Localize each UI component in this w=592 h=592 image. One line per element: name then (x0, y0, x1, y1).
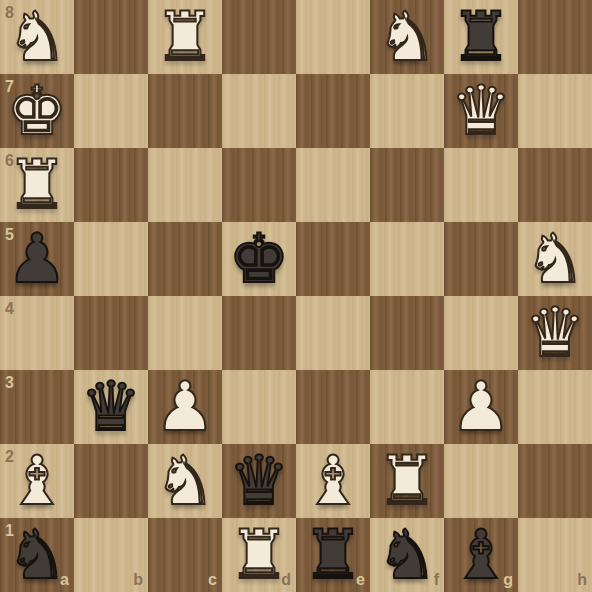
square-h4[interactable]: ♛ (518, 296, 592, 370)
piece-black-queen[interactable]: ♛ (74, 370, 148, 444)
square-e3[interactable] (296, 370, 370, 444)
piece-white-rook[interactable]: ♜ (370, 444, 444, 518)
chess-board: 8♞♜♞♜7♚♛6♜5♟♚♞4♛3♛♟♟2♝♞♛♝♜1a♞bcd♜e♜f♞g♝h (0, 0, 592, 592)
square-e4[interactable] (296, 296, 370, 370)
square-c4[interactable] (148, 296, 222, 370)
piece-black-king[interactable]: ♚ (222, 222, 296, 296)
square-d7[interactable] (222, 74, 296, 148)
square-a7[interactable]: 7♚ (0, 74, 74, 148)
piece-black-bishop[interactable]: ♝ (444, 518, 518, 592)
square-d2[interactable]: ♛ (222, 444, 296, 518)
piece-white-knight[interactable]: ♞ (0, 0, 74, 74)
square-a1[interactable]: 1a♞ (0, 518, 74, 592)
square-e8[interactable] (296, 0, 370, 74)
square-e2[interactable]: ♝ (296, 444, 370, 518)
square-e5[interactable] (296, 222, 370, 296)
piece-white-knight[interactable]: ♞ (518, 222, 592, 296)
square-f1[interactable]: f♞ (370, 518, 444, 592)
square-f7[interactable] (370, 74, 444, 148)
piece-white-queen[interactable]: ♛ (444, 74, 518, 148)
square-g4[interactable] (444, 296, 518, 370)
square-d5[interactable]: ♚ (222, 222, 296, 296)
piece-white-rook[interactable]: ♜ (148, 0, 222, 74)
file-label-b: b (133, 572, 143, 588)
square-e6[interactable] (296, 148, 370, 222)
piece-black-rook[interactable]: ♜ (444, 0, 518, 74)
square-d1[interactable]: d♜ (222, 518, 296, 592)
square-a6[interactable]: 6♜ (0, 148, 74, 222)
square-d4[interactable] (222, 296, 296, 370)
square-c6[interactable] (148, 148, 222, 222)
piece-black-knight[interactable]: ♞ (0, 518, 74, 592)
square-g7[interactable]: ♛ (444, 74, 518, 148)
square-b4[interactable] (74, 296, 148, 370)
piece-white-bishop[interactable]: ♝ (296, 444, 370, 518)
rank-label-3: 3 (5, 375, 14, 391)
piece-white-rook[interactable]: ♜ (222, 518, 296, 592)
square-h6[interactable] (518, 148, 592, 222)
square-c1[interactable]: c (148, 518, 222, 592)
square-f6[interactable] (370, 148, 444, 222)
square-g8[interactable]: ♜ (444, 0, 518, 74)
piece-black-queen[interactable]: ♛ (222, 444, 296, 518)
square-b7[interactable] (74, 74, 148, 148)
square-c8[interactable]: ♜ (148, 0, 222, 74)
piece-white-knight[interactable]: ♞ (370, 0, 444, 74)
square-c3[interactable]: ♟ (148, 370, 222, 444)
piece-black-pawn[interactable]: ♟ (0, 222, 74, 296)
piece-white-pawn[interactable]: ♟ (148, 370, 222, 444)
piece-white-rook[interactable]: ♜ (0, 148, 74, 222)
square-h2[interactable] (518, 444, 592, 518)
square-d3[interactable] (222, 370, 296, 444)
square-d8[interactable] (222, 0, 296, 74)
square-f5[interactable] (370, 222, 444, 296)
piece-white-knight[interactable]: ♞ (148, 444, 222, 518)
square-a3[interactable]: 3 (0, 370, 74, 444)
square-c5[interactable] (148, 222, 222, 296)
square-h8[interactable] (518, 0, 592, 74)
square-h1[interactable]: h (518, 518, 592, 592)
square-b2[interactable] (74, 444, 148, 518)
square-g2[interactable] (444, 444, 518, 518)
piece-black-rook[interactable]: ♜ (296, 518, 370, 592)
file-label-h: h (577, 572, 587, 588)
square-h5[interactable]: ♞ (518, 222, 592, 296)
square-d6[interactable] (222, 148, 296, 222)
piece-black-knight[interactable]: ♞ (370, 518, 444, 592)
rank-label-4: 4 (5, 301, 14, 317)
square-a8[interactable]: 8♞ (0, 0, 74, 74)
square-e7[interactable] (296, 74, 370, 148)
square-g3[interactable]: ♟ (444, 370, 518, 444)
square-a5[interactable]: 5♟ (0, 222, 74, 296)
square-h7[interactable] (518, 74, 592, 148)
square-c2[interactable]: ♞ (148, 444, 222, 518)
square-g1[interactable]: g♝ (444, 518, 518, 592)
square-f4[interactable] (370, 296, 444, 370)
square-g5[interactable] (444, 222, 518, 296)
square-f2[interactable]: ♜ (370, 444, 444, 518)
file-label-c: c (208, 572, 217, 588)
square-b1[interactable]: b (74, 518, 148, 592)
piece-white-queen[interactable]: ♛ (518, 296, 592, 370)
square-a4[interactable]: 4 (0, 296, 74, 370)
piece-white-bishop[interactable]: ♝ (0, 444, 74, 518)
square-b6[interactable] (74, 148, 148, 222)
square-e1[interactable]: e♜ (296, 518, 370, 592)
square-f8[interactable]: ♞ (370, 0, 444, 74)
square-b5[interactable] (74, 222, 148, 296)
square-b3[interactable]: ♛ (74, 370, 148, 444)
square-b8[interactable] (74, 0, 148, 74)
square-a2[interactable]: 2♝ (0, 444, 74, 518)
piece-white-pawn[interactable]: ♟ (444, 370, 518, 444)
square-h3[interactable] (518, 370, 592, 444)
piece-white-king[interactable]: ♚ (0, 74, 74, 148)
square-c7[interactable] (148, 74, 222, 148)
square-f3[interactable] (370, 370, 444, 444)
square-g6[interactable] (444, 148, 518, 222)
